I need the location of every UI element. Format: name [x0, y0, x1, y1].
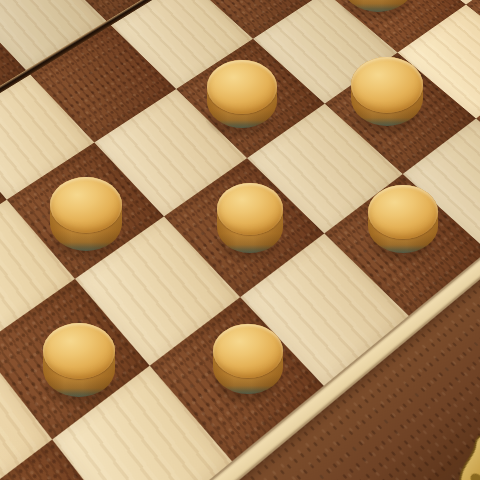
piece-1[interactable] — [342, 0, 414, 12]
piece-top — [213, 324, 283, 378]
piece-top — [351, 57, 423, 113]
piece-2[interactable] — [207, 60, 277, 128]
piece-5[interactable] — [217, 183, 283, 253]
photo-scene — [0, 0, 480, 480]
piece-top — [207, 60, 277, 114]
piece-3[interactable] — [351, 57, 423, 126]
piece-top — [50, 177, 122, 233]
piece-8[interactable] — [213, 324, 283, 394]
piece-4[interactable] — [50, 177, 122, 251]
piece-top — [368, 185, 438, 239]
piece-top — [217, 183, 283, 235]
piece-top — [43, 323, 115, 379]
piece-6[interactable] — [368, 185, 438, 253]
pieces-layer — [0, 0, 480, 480]
piece-7[interactable] — [43, 323, 115, 397]
